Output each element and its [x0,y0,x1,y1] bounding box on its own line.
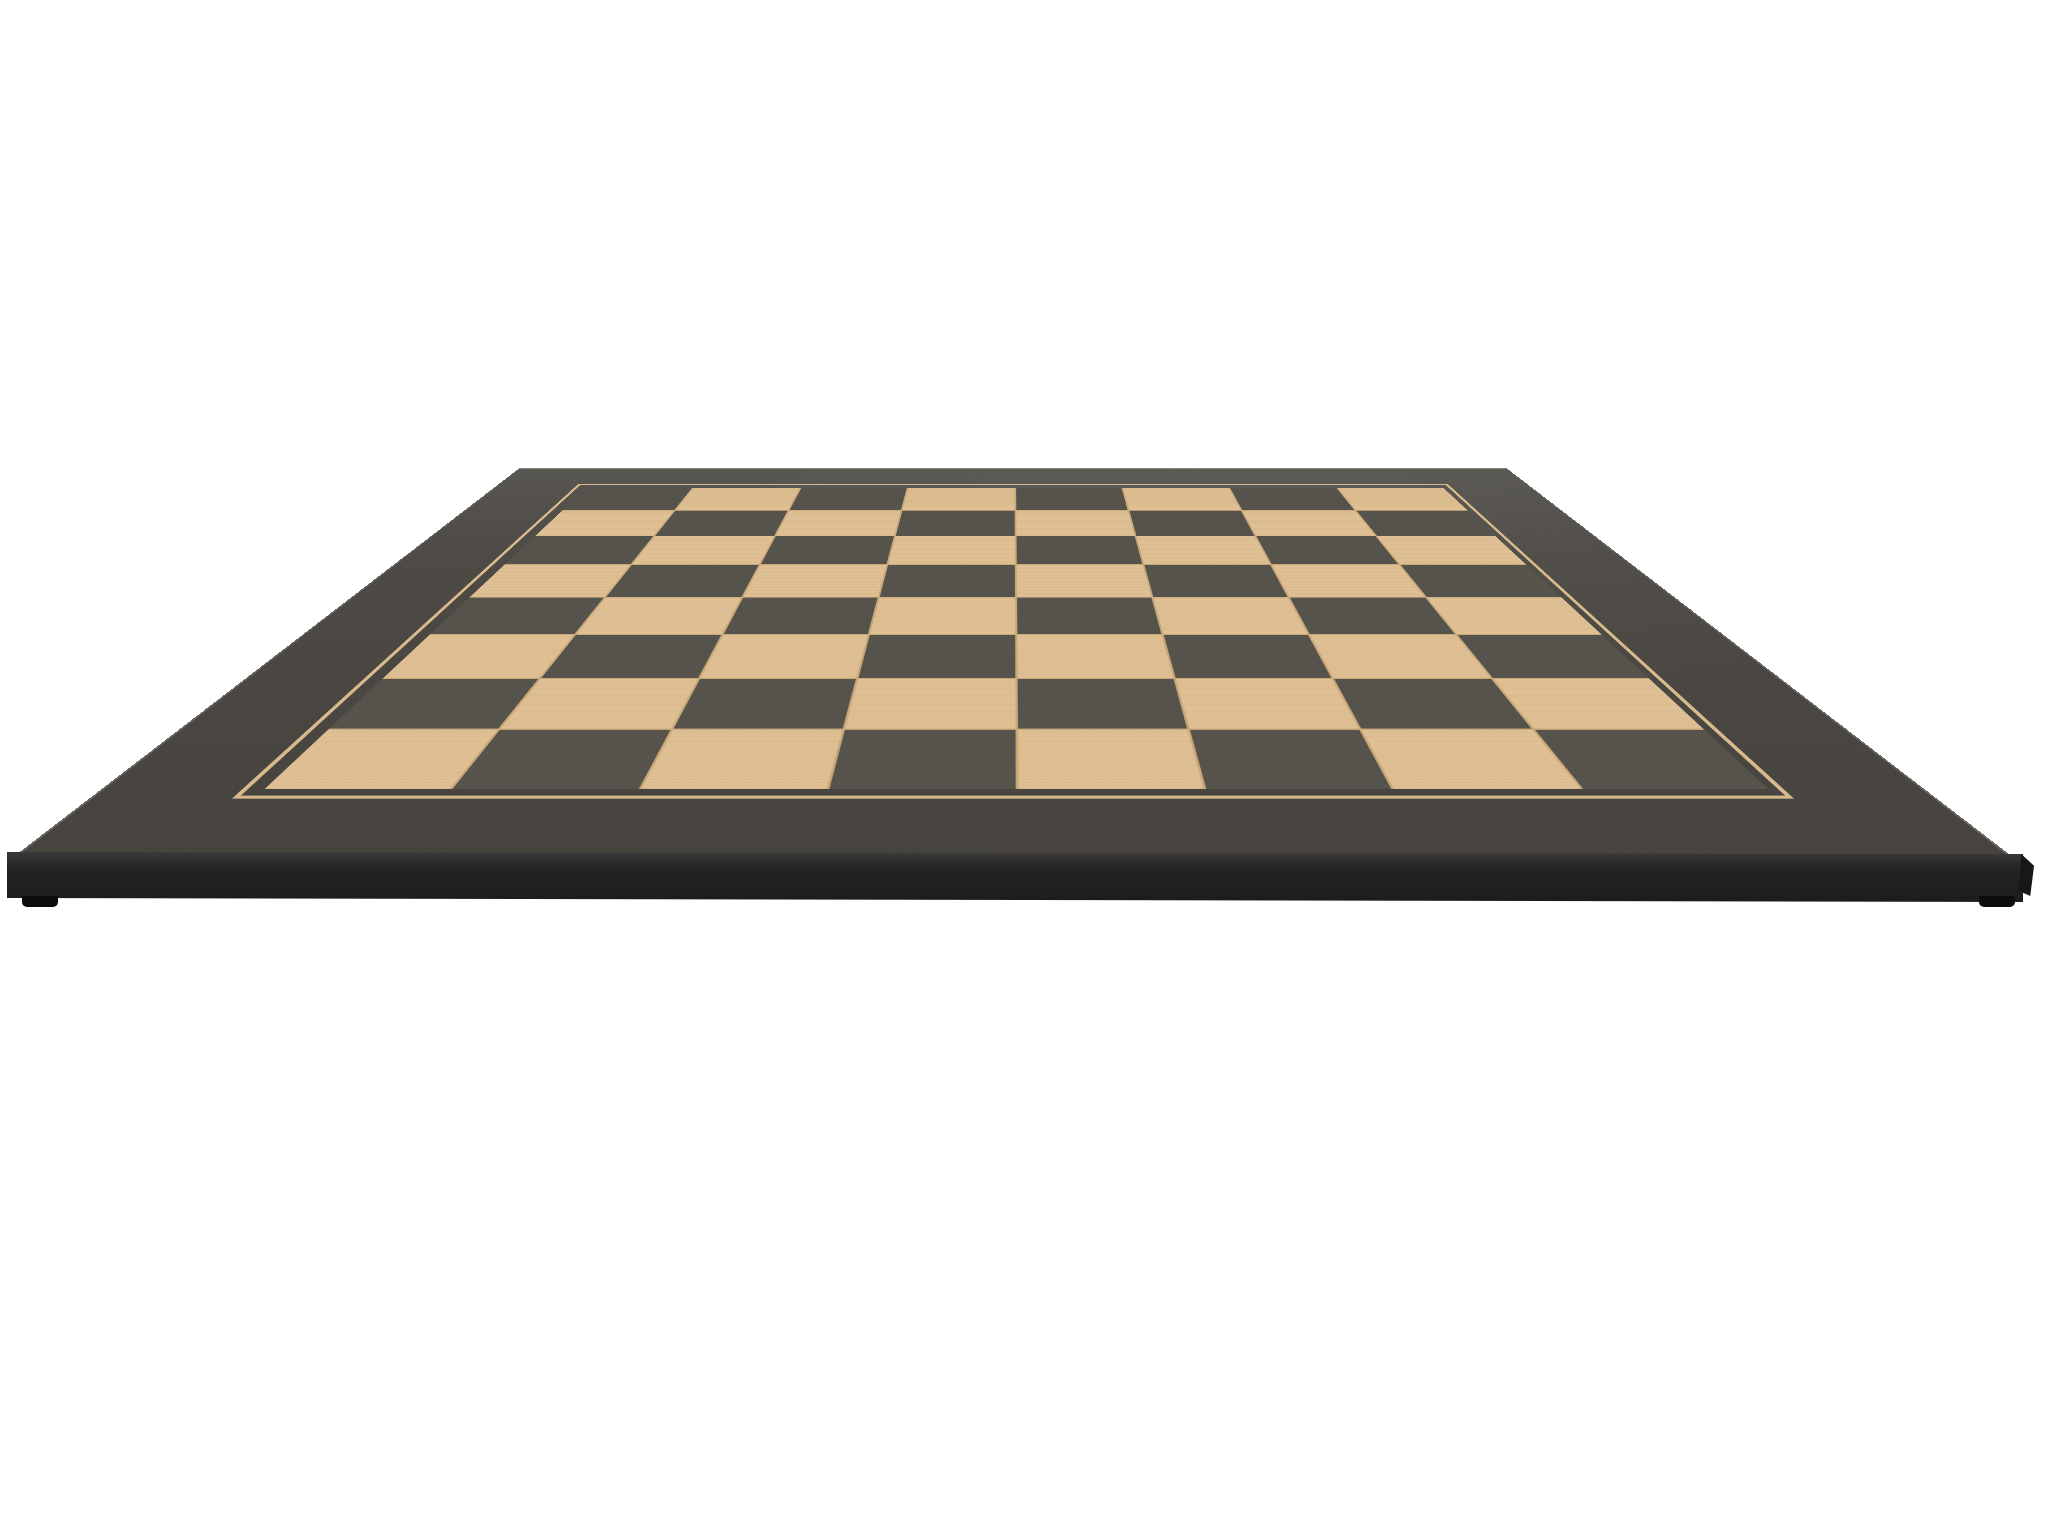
square-r6c3 [845,679,1014,729]
square-r3c1 [607,565,759,597]
square-r7c4 [1017,730,1203,789]
square-r4c2 [723,598,877,635]
square-r6c4 [1017,679,1187,729]
square-r4c1 [577,598,741,635]
square-r2c1 [633,536,774,564]
square-r6c2 [673,679,856,729]
square-r7c2 [641,730,842,789]
playing-field [265,488,1768,789]
square-r5c5 [1164,635,1332,677]
board-right-edge [2019,854,2034,896]
square-r0c6 [1230,488,1354,510]
square-r0c5 [1123,488,1241,510]
square-r3c4 [1016,565,1151,597]
square-r1c5 [1129,511,1254,536]
square-r4c3 [870,598,1014,635]
square-r0c0 [563,488,692,510]
square-r3c3 [880,565,1015,597]
square-r1c6 [1243,511,1375,536]
square-r7c5 [1190,730,1392,789]
square-r2c6 [1257,536,1398,564]
board-front-edge [7,852,2023,902]
square-r6c5 [1176,679,1359,729]
square-r1c0 [536,511,674,536]
square-r2c5 [1136,536,1270,564]
square-r3c2 [743,565,886,597]
square-r2c3 [888,536,1014,564]
square-r1c2 [776,511,901,536]
square-r7c3 [830,730,1015,789]
square-r4c6 [1290,598,1454,635]
board-foot-left [22,896,58,907]
square-r3c6 [1272,565,1424,597]
square-r2c2 [761,536,894,564]
square-r0c7 [1338,488,1468,510]
board-photo-scene [0,0,2048,1535]
square-r5c4 [1017,635,1173,677]
square-r0c2 [789,488,907,510]
square-r1c3 [896,511,1014,536]
square-r5c1 [542,635,721,677]
square-r0c1 [676,488,799,510]
chessboard-top-surface [16,468,2009,855]
square-r5c3 [859,635,1015,677]
square-r1c4 [1016,511,1135,536]
square-r0c3 [903,488,1015,510]
square-r3c5 [1144,565,1287,597]
square-r1c1 [656,511,788,536]
square-r2c4 [1016,536,1142,564]
square-r4c4 [1017,598,1162,635]
square-r0c4 [1016,488,1128,510]
square-r5c2 [700,635,867,677]
square-r4c5 [1153,598,1308,635]
board-foot-right [1979,896,2015,907]
